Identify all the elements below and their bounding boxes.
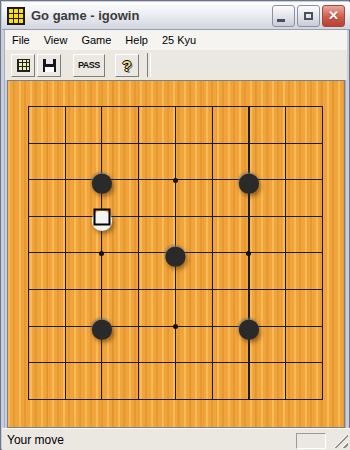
board-point-A2[interactable] xyxy=(10,345,47,382)
app-window: Go game - igowin ✕ File View Game Help 2… xyxy=(0,0,350,450)
board-point-A4[interactable] xyxy=(10,272,47,309)
window-title: Go game - igowin xyxy=(31,8,270,23)
board-point-D7[interactable] xyxy=(120,162,157,199)
close-icon: ✕ xyxy=(328,9,339,22)
board-point-H1[interactable] xyxy=(267,382,304,419)
grid-icon xyxy=(17,59,30,72)
board-point-D4[interactable] xyxy=(120,272,157,309)
board-point-B4[interactable] xyxy=(47,272,84,309)
board-point-J3[interactable] xyxy=(304,309,341,346)
status-bar: Your move xyxy=(2,428,350,450)
status-text: Your move xyxy=(7,433,64,447)
hoshi-point xyxy=(173,324,178,329)
board-point-F1[interactable] xyxy=(194,382,231,419)
minimize-icon xyxy=(277,19,285,22)
white-stone: ● xyxy=(84,199,120,235)
board-point-C6[interactable]: ● xyxy=(84,199,121,236)
board-point-D1[interactable] xyxy=(120,382,157,419)
board-point-J7[interactable] xyxy=(304,162,341,199)
minimize-button[interactable] xyxy=(272,5,295,27)
close-button[interactable]: ✕ xyxy=(322,5,345,27)
board-point-C3[interactable]: ● xyxy=(84,309,121,346)
maximize-button[interactable] xyxy=(297,5,320,27)
board-point-H3[interactable] xyxy=(267,309,304,346)
board-point-B8[interactable] xyxy=(47,126,84,163)
board-point-J5[interactable] xyxy=(304,235,341,272)
board-point-A1[interactable] xyxy=(10,382,47,419)
toolbar: PASS ? xyxy=(5,50,347,80)
board-point-F7[interactable] xyxy=(194,162,231,199)
black-stone: ● xyxy=(231,163,267,199)
board-point-E1[interactable] xyxy=(157,382,194,419)
board-point-E7[interactable] xyxy=(157,162,194,199)
board-point-F5[interactable] xyxy=(194,235,231,272)
pass-button[interactable]: PASS xyxy=(73,54,105,77)
black-stone: ● xyxy=(231,309,267,345)
black-stone: ● xyxy=(84,309,120,345)
maximize-icon xyxy=(304,12,313,20)
board-point-H2[interactable] xyxy=(267,345,304,382)
goboard-app-icon xyxy=(7,7,25,25)
resize-grip[interactable] xyxy=(334,434,348,448)
board-point-D2[interactable] xyxy=(120,345,157,382)
toolbar-separator xyxy=(147,53,151,77)
board-point-G7[interactable]: ● xyxy=(231,162,268,199)
board-point-F6[interactable] xyxy=(194,199,231,236)
board-point-F8[interactable] xyxy=(194,126,231,163)
board-point-E3[interactable] xyxy=(157,309,194,346)
board-point-H8[interactable] xyxy=(267,126,304,163)
board-point-J2[interactable] xyxy=(304,345,341,382)
board-point-F3[interactable] xyxy=(194,309,231,346)
board-point-G1[interactable] xyxy=(231,382,268,419)
board-point-H7[interactable] xyxy=(267,162,304,199)
last-move-marker xyxy=(93,209,110,226)
board-point-A3[interactable] xyxy=(10,309,47,346)
board-area: ●●●●●● xyxy=(7,80,345,428)
board-point-H9[interactable] xyxy=(267,89,304,126)
menu-view[interactable]: View xyxy=(37,32,75,48)
board-point-A6[interactable] xyxy=(10,199,47,236)
board-point-C1[interactable] xyxy=(84,382,121,419)
status-sub-pane xyxy=(296,433,326,449)
board-point-B5[interactable] xyxy=(47,235,84,272)
board-point-F9[interactable] xyxy=(194,89,231,126)
board-point-J1[interactable] xyxy=(304,382,341,419)
board-point-H5[interactable] xyxy=(267,235,304,272)
menu-bar: File View Game Help 25 Kyu xyxy=(5,30,347,51)
board-point-F2[interactable] xyxy=(194,345,231,382)
menu-help[interactable]: Help xyxy=(118,32,155,48)
board-grid: ●●●●●● xyxy=(10,89,341,418)
black-stone: ● xyxy=(157,236,193,272)
menu-file[interactable]: File xyxy=(5,32,37,48)
board-point-D5[interactable] xyxy=(120,235,157,272)
hoshi-point xyxy=(99,251,104,256)
board-point-E8[interactable] xyxy=(157,126,194,163)
board-point-J9[interactable] xyxy=(304,89,341,126)
help-button[interactable]: ? xyxy=(115,54,139,77)
board-point-J8[interactable] xyxy=(304,126,341,163)
board-point-E5[interactable]: ● xyxy=(157,235,194,272)
go-board[interactable]: ●●●●●● xyxy=(8,81,344,427)
board-point-B7[interactable] xyxy=(47,162,84,199)
board-point-A7[interactable] xyxy=(10,162,47,199)
board-point-G3[interactable]: ● xyxy=(231,309,268,346)
menu-game[interactable]: Game xyxy=(74,32,118,48)
board-point-E9[interactable] xyxy=(157,89,194,126)
hoshi-point xyxy=(246,251,251,256)
board-point-C9[interactable] xyxy=(84,89,121,126)
board-point-B2[interactable] xyxy=(47,345,84,382)
board-point-B6[interactable] xyxy=(47,199,84,236)
board-point-G9[interactable] xyxy=(231,89,268,126)
floppy-disk-icon xyxy=(43,59,56,72)
board-point-A5[interactable] xyxy=(10,235,47,272)
board-point-B9[interactable] xyxy=(47,89,84,126)
hoshi-point xyxy=(173,178,178,183)
title-bar: Go game - igowin ✕ xyxy=(2,2,350,30)
board-point-D3[interactable] xyxy=(120,309,157,346)
board-point-D6[interactable] xyxy=(120,199,157,236)
question-mark-icon: ? xyxy=(122,58,131,73)
board-point-H4[interactable] xyxy=(267,272,304,309)
board-point-J4[interactable] xyxy=(304,272,341,309)
board-point-J6[interactable] xyxy=(304,199,341,236)
board-point-D9[interactable] xyxy=(120,89,157,126)
board-point-F4[interactable] xyxy=(194,272,231,309)
new-board-button[interactable] xyxy=(11,54,35,77)
board-point-A9[interactable] xyxy=(10,89,47,126)
board-point-D8[interactable] xyxy=(120,126,157,163)
board-point-A8[interactable] xyxy=(10,126,47,163)
board-point-B3[interactable] xyxy=(47,309,84,346)
menu-rank-25kyu[interactable]: 25 Kyu xyxy=(155,32,203,48)
save-button[interactable] xyxy=(37,54,61,77)
board-point-B1[interactable] xyxy=(47,382,84,419)
board-point-H6[interactable] xyxy=(267,199,304,236)
board-point-E2[interactable] xyxy=(157,345,194,382)
board-point-G5[interactable] xyxy=(231,235,268,272)
